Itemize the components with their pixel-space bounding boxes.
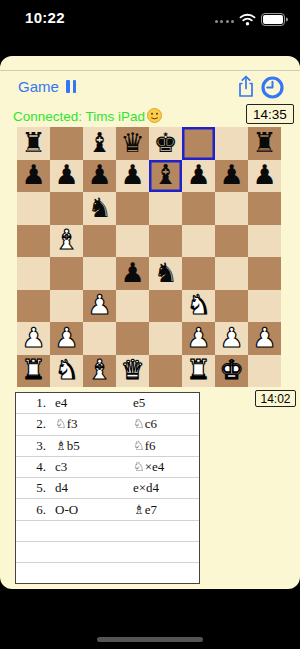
black-pawn: ♟ [252, 161, 276, 188]
white-bishop: ♝ [87, 356, 111, 383]
square-a4[interactable] [17, 257, 50, 290]
square-e7[interactable]: ♝ [149, 160, 182, 193]
square-f6[interactable] [182, 192, 215, 225]
square-b6[interactable] [50, 192, 83, 225]
white-pawn: ♟ [186, 324, 210, 351]
wifi-icon [239, 12, 256, 30]
square-a8[interactable]: ♜ [17, 127, 50, 160]
white-pawn: ♟ [87, 291, 111, 318]
white-bishop: ♝ [54, 226, 78, 253]
status-time: 10:22 [25, 9, 65, 26]
white-move: e4 [51, 395, 133, 411]
square-c2[interactable] [83, 322, 116, 355]
move-list[interactable]: 1.e4e52.♘f3♘c63.♗b5♘f64.c3♘×e45.d4e×d46.… [15, 392, 200, 584]
square-b8[interactable] [50, 127, 83, 160]
black-move: ♘×e4 [133, 459, 199, 475]
square-h3[interactable] [248, 290, 281, 323]
square-g6[interactable] [215, 192, 248, 225]
square-g5[interactable] [215, 225, 248, 258]
black-pawn: ♟ [54, 161, 78, 188]
black-pawn: ♟ [120, 259, 144, 286]
black-pawn: ♟ [219, 161, 243, 188]
opponent-clock: 14:35 [246, 104, 294, 124]
move-row[interactable]: 6.O-O♗e7 [16, 499, 199, 520]
square-e3[interactable] [149, 290, 182, 323]
square-h8[interactable]: ♜ [248, 127, 281, 160]
move-number: 3. [16, 438, 51, 454]
square-e2[interactable] [149, 322, 182, 355]
square-f8[interactable] [182, 127, 215, 160]
empty-move-row [16, 563, 199, 584]
white-pawn: ♟ [219, 324, 243, 351]
move-row[interactable]: 4.c3♘×e4 [16, 457, 199, 478]
black-move: e×d4 [133, 480, 199, 496]
black-move: ♗e7 [133, 502, 199, 518]
square-c3[interactable]: ♟ [83, 290, 116, 323]
white-queen: ♛ [120, 356, 144, 383]
square-g3[interactable] [215, 290, 248, 323]
square-d7[interactable]: ♟ [116, 160, 149, 193]
square-d6[interactable] [116, 192, 149, 225]
black-king: ♚ [153, 129, 177, 156]
move-row[interactable]: 3.♗b5♘f6 [16, 436, 199, 457]
black-knight: ♞ [87, 194, 111, 221]
player-clock: 14:02 [255, 390, 296, 407]
square-c7[interactable]: ♟ [83, 160, 116, 193]
white-move: O-O [51, 502, 133, 518]
black-move: ♘f6 [133, 438, 199, 454]
square-c4[interactable] [83, 257, 116, 290]
square-f2[interactable]: ♟ [182, 322, 215, 355]
square-d1[interactable]: ♛ [116, 355, 149, 388]
square-b4[interactable] [50, 257, 83, 290]
square-b3[interactable] [50, 290, 83, 323]
square-h2[interactable]: ♟ [248, 322, 281, 355]
square-g4[interactable] [215, 257, 248, 290]
square-d5[interactable] [116, 225, 149, 258]
white-pawn: ♟ [54, 324, 78, 351]
white-knight: ♞ [186, 291, 210, 318]
square-f4[interactable] [182, 257, 215, 290]
empty-move-row [16, 521, 199, 542]
black-queen: ♛ [120, 129, 144, 156]
white-knight: ♞ [54, 356, 78, 383]
square-c6[interactable]: ♞ [83, 192, 116, 225]
white-pawn: ♟ [21, 324, 45, 351]
square-b5[interactable]: ♝ [50, 225, 83, 258]
square-f5[interactable] [182, 225, 215, 258]
status-bar: 10:22 [0, 0, 300, 56]
square-f3[interactable]: ♞ [182, 290, 215, 323]
square-c5[interactable] [83, 225, 116, 258]
square-c1[interactable]: ♝ [83, 355, 116, 388]
white-king: ♚ [219, 356, 243, 383]
square-a5[interactable] [17, 225, 50, 258]
cellular-signal-icon [215, 20, 235, 23]
square-h1[interactable] [248, 355, 281, 388]
connection-status: Connected: Tims iPad [13, 108, 162, 124]
square-g7[interactable]: ♟ [215, 160, 248, 193]
black-pawn: ♟ [21, 161, 45, 188]
white-rook: ♜ [186, 356, 210, 383]
square-a7[interactable]: ♟ [17, 160, 50, 193]
square-b2[interactable]: ♟ [50, 322, 83, 355]
black-move: ♘c6 [133, 416, 199, 432]
move-row[interactable]: 5.d4e×d4 [16, 478, 199, 499]
square-e8[interactable]: ♚ [149, 127, 182, 160]
square-a2[interactable]: ♟ [17, 322, 50, 355]
battery-icon [261, 12, 288, 30]
black-pawn: ♟ [87, 161, 111, 188]
square-h5[interactable] [248, 225, 281, 258]
home-indicator[interactable] [97, 637, 203, 642]
square-c8[interactable]: ♝ [83, 127, 116, 160]
move-number: 6. [16, 502, 51, 518]
share-icon[interactable] [236, 75, 256, 103]
square-h7[interactable]: ♟ [248, 160, 281, 193]
square-d2[interactable] [116, 322, 149, 355]
white-move: ♗b5 [51, 438, 133, 454]
square-d3[interactable] [116, 290, 149, 323]
smiley-emoji-icon [147, 108, 162, 124]
square-e1[interactable] [149, 355, 182, 388]
game-menu-button[interactable]: Game [18, 78, 59, 95]
square-e6[interactable] [149, 192, 182, 225]
chess-board[interactable]: ♜♝♛♚♜♟♟♟♟♝♟♟♟♞♝♟♞♟♞♟♟♟♟♟♜♞♝♛♜♚ [17, 127, 281, 387]
white-rook: ♜ [21, 356, 45, 383]
square-g8[interactable] [215, 127, 248, 160]
black-knight: ♞ [153, 259, 177, 286]
square-e4[interactable]: ♞ [149, 257, 182, 290]
move-number: 2. [16, 416, 51, 432]
move-number: 5. [16, 480, 51, 496]
square-a6[interactable] [17, 192, 50, 225]
square-h6[interactable] [248, 192, 281, 225]
square-g2[interactable]: ♟ [215, 322, 248, 355]
move-number: 1. [16, 395, 51, 411]
connection-row: Connected: Tims iPad 14:35 [0, 104, 300, 127]
square-d8[interactable]: ♛ [116, 127, 149, 160]
square-d4[interactable]: ♟ [116, 257, 149, 290]
black-pawn: ♟ [186, 161, 210, 188]
square-g1[interactable]: ♚ [215, 355, 248, 388]
move-row[interactable]: 2.♘f3♘c6 [16, 414, 199, 435]
square-b7[interactable]: ♟ [50, 160, 83, 193]
clock-icon[interactable] [261, 76, 284, 103]
square-a1[interactable]: ♜ [17, 355, 50, 388]
chess-app-window: Game Connected: Tims iPad [0, 56, 300, 589]
square-e5[interactable] [149, 225, 182, 258]
black-rook: ♜ [252, 129, 276, 156]
square-a3[interactable] [17, 290, 50, 323]
square-f1[interactable]: ♜ [182, 355, 215, 388]
square-h4[interactable] [248, 257, 281, 290]
white-pawn: ♟ [252, 324, 276, 351]
black-bishop: ♝ [87, 129, 111, 156]
white-move: ♘f3 [51, 416, 133, 432]
black-bishop: ♝ [153, 161, 177, 188]
square-f7[interactable]: ♟ [182, 160, 215, 193]
empty-move-row [16, 542, 199, 563]
white-move: c3 [51, 459, 133, 475]
white-move: d4 [51, 480, 133, 496]
black-rook: ♜ [21, 129, 45, 156]
black-move: e5 [133, 395, 199, 411]
toolbar: Game [0, 71, 300, 104]
move-row[interactable]: 1.e4e5 [16, 393, 199, 414]
pause-button[interactable] [66, 80, 76, 93]
square-b1[interactable]: ♞ [50, 355, 83, 388]
black-pawn: ♟ [120, 161, 144, 188]
move-number: 4. [16, 459, 51, 475]
